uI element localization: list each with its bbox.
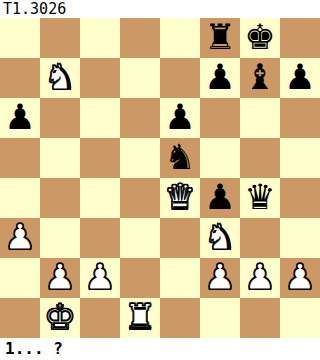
white-knight[interactable]: ♞ bbox=[204, 218, 235, 257]
chess-board: ♜♚♞♟♝♟♟♟♞♛♟♛♟♞♟♟♟♟♟♚♜ bbox=[0, 18, 320, 338]
chess-puzzle-window: T1.3026 ♜♚♞♟♝♟♟♟♞♛♟♛♟♞♟♟♟♟♟♚♜ 1... ? bbox=[0, 0, 320, 360]
white-pawn[interactable]: ♟ bbox=[204, 258, 235, 297]
square-a2[interactable] bbox=[0, 258, 40, 298]
black-queen[interactable]: ♛ bbox=[244, 178, 275, 217]
white-king[interactable]: ♚ bbox=[44, 298, 75, 337]
square-a5[interactable] bbox=[0, 138, 40, 178]
square-d6[interactable] bbox=[120, 98, 160, 138]
square-g6[interactable] bbox=[240, 98, 280, 138]
square-c7[interactable] bbox=[80, 58, 120, 98]
square-c5[interactable] bbox=[80, 138, 120, 178]
square-b2[interactable]: ♟ bbox=[40, 258, 80, 298]
square-c3[interactable] bbox=[80, 218, 120, 258]
square-b4[interactable] bbox=[40, 178, 80, 218]
black-knight[interactable]: ♞ bbox=[164, 138, 195, 177]
square-e4[interactable]: ♛ bbox=[160, 178, 200, 218]
black-pawn[interactable]: ♟ bbox=[284, 58, 315, 97]
square-f8[interactable]: ♜ bbox=[200, 18, 240, 58]
puzzle-title: T1.3026 bbox=[3, 2, 66, 17]
white-knight[interactable]: ♞ bbox=[44, 58, 75, 97]
square-e3[interactable] bbox=[160, 218, 200, 258]
square-g3[interactable] bbox=[240, 218, 280, 258]
caption-bar: 1... ? bbox=[0, 338, 320, 360]
square-h8[interactable] bbox=[280, 18, 320, 58]
square-e5[interactable]: ♞ bbox=[160, 138, 200, 178]
square-h5[interactable] bbox=[280, 138, 320, 178]
square-d5[interactable] bbox=[120, 138, 160, 178]
square-f1[interactable] bbox=[200, 298, 240, 338]
square-a4[interactable] bbox=[0, 178, 40, 218]
square-f7[interactable]: ♟ bbox=[200, 58, 240, 98]
square-d8[interactable] bbox=[120, 18, 160, 58]
square-g5[interactable] bbox=[240, 138, 280, 178]
square-e7[interactable] bbox=[160, 58, 200, 98]
white-pawn[interactable]: ♟ bbox=[44, 258, 75, 297]
square-d2[interactable] bbox=[120, 258, 160, 298]
square-c1[interactable] bbox=[80, 298, 120, 338]
square-d4[interactable] bbox=[120, 178, 160, 218]
square-a7[interactable] bbox=[0, 58, 40, 98]
square-f6[interactable] bbox=[200, 98, 240, 138]
square-h2[interactable]: ♟ bbox=[280, 258, 320, 298]
square-g1[interactable] bbox=[240, 298, 280, 338]
square-d3[interactable] bbox=[120, 218, 160, 258]
square-d1[interactable]: ♜ bbox=[120, 298, 160, 338]
square-b7[interactable]: ♞ bbox=[40, 58, 80, 98]
black-bishop[interactable]: ♝ bbox=[244, 58, 275, 97]
square-f5[interactable] bbox=[200, 138, 240, 178]
square-a6[interactable]: ♟ bbox=[0, 98, 40, 138]
square-h7[interactable]: ♟ bbox=[280, 58, 320, 98]
black-rook[interactable]: ♜ bbox=[204, 18, 235, 57]
black-king[interactable]: ♚ bbox=[244, 18, 275, 57]
white-pawn[interactable]: ♟ bbox=[4, 218, 35, 257]
black-pawn[interactable]: ♟ bbox=[4, 98, 35, 137]
black-pawn[interactable]: ♟ bbox=[204, 178, 235, 217]
move-prompt: 1... ? bbox=[5, 341, 63, 357]
square-b3[interactable] bbox=[40, 218, 80, 258]
title-bar: T1.3026 bbox=[0, 0, 320, 18]
white-pawn[interactable]: ♟ bbox=[244, 258, 275, 297]
square-h3[interactable] bbox=[280, 218, 320, 258]
square-g2[interactable]: ♟ bbox=[240, 258, 280, 298]
square-b6[interactable] bbox=[40, 98, 80, 138]
square-c2[interactable]: ♟ bbox=[80, 258, 120, 298]
white-rook[interactable]: ♜ bbox=[124, 298, 155, 337]
square-b8[interactable] bbox=[40, 18, 80, 58]
square-e2[interactable] bbox=[160, 258, 200, 298]
black-pawn[interactable]: ♟ bbox=[164, 98, 195, 137]
square-e6[interactable]: ♟ bbox=[160, 98, 200, 138]
square-f4[interactable]: ♟ bbox=[200, 178, 240, 218]
square-h4[interactable] bbox=[280, 178, 320, 218]
square-g8[interactable]: ♚ bbox=[240, 18, 280, 58]
square-f2[interactable]: ♟ bbox=[200, 258, 240, 298]
square-b1[interactable]: ♚ bbox=[40, 298, 80, 338]
white-pawn[interactable]: ♟ bbox=[284, 258, 315, 297]
square-e8[interactable] bbox=[160, 18, 200, 58]
white-pawn[interactable]: ♟ bbox=[84, 258, 115, 297]
square-g4[interactable]: ♛ bbox=[240, 178, 280, 218]
square-d7[interactable] bbox=[120, 58, 160, 98]
square-b5[interactable] bbox=[40, 138, 80, 178]
square-h6[interactable] bbox=[280, 98, 320, 138]
square-a8[interactable] bbox=[0, 18, 40, 58]
square-f3[interactable]: ♞ bbox=[200, 218, 240, 258]
black-pawn[interactable]: ♟ bbox=[204, 58, 235, 97]
square-c8[interactable] bbox=[80, 18, 120, 58]
white-queen[interactable]: ♛ bbox=[164, 178, 195, 217]
square-a3[interactable]: ♟ bbox=[0, 218, 40, 258]
square-e1[interactable] bbox=[160, 298, 200, 338]
square-c6[interactable] bbox=[80, 98, 120, 138]
square-g7[interactable]: ♝ bbox=[240, 58, 280, 98]
square-a1[interactable] bbox=[0, 298, 40, 338]
square-h1[interactable] bbox=[280, 298, 320, 338]
square-c4[interactable] bbox=[80, 178, 120, 218]
